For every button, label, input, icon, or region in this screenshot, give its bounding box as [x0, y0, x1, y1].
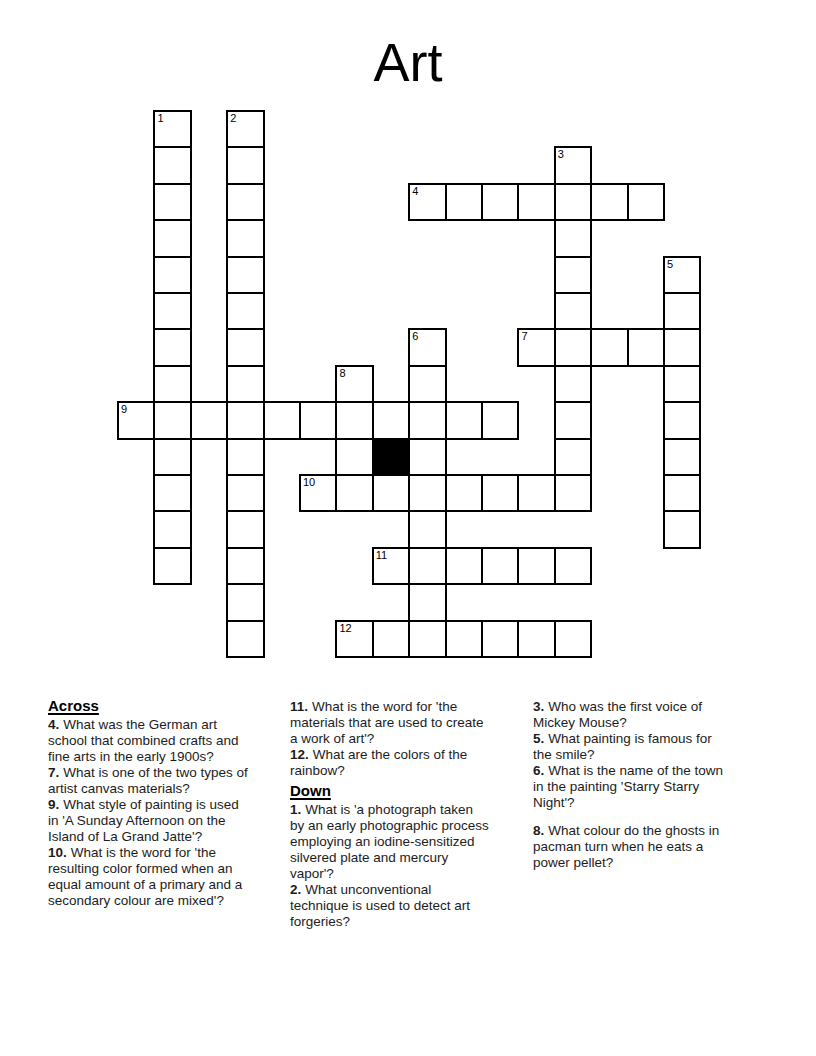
grid-cell[interactable]: 4 [408, 183, 446, 221]
grid-cell[interactable]: 9 [117, 401, 155, 439]
grid-cell[interactable] [153, 183, 191, 221]
clue-column-middle: 11.What is the word for 'the materials t… [290, 699, 490, 930]
clue-across-10-text: What is the word for 'the resulting colo… [48, 845, 242, 908]
grid-cell[interactable] [627, 183, 665, 221]
grid-cell[interactable]: 2 [226, 110, 264, 148]
clue-across-7-number: 7. [48, 765, 59, 780]
grid-cell[interactable] [408, 547, 446, 585]
grid-cell[interactable] [554, 328, 592, 366]
grid-cell[interactable] [554, 183, 592, 221]
clue-across-4-number: 4. [48, 717, 59, 732]
clue-across-9-text: What style of painting is used in 'A Sun… [48, 797, 239, 844]
down-heading: Down [290, 783, 490, 799]
grid-cell[interactable] [554, 256, 592, 294]
grid-cell[interactable] [226, 474, 264, 512]
clue-down-3-number: 3. [533, 699, 544, 714]
grid-cell[interactable] [481, 183, 519, 221]
clue-number: 9 [121, 403, 127, 416]
page: Art 123456789101112 Across 4.What was th… [0, 0, 816, 1056]
grid-cell[interactable] [554, 438, 592, 476]
clue-across-12-number: 12. [290, 747, 309, 762]
grid-cell[interactable] [226, 583, 264, 621]
clue-down-1-number: 1. [290, 802, 301, 817]
grid-cell[interactable] [153, 146, 191, 184]
grid-cell[interactable] [226, 438, 264, 476]
grid-cell[interactable] [226, 510, 264, 548]
clue-down-3: 3.Who was the first voice of Mickey Mous… [533, 699, 725, 731]
grid-cell[interactable] [153, 328, 191, 366]
clue-number: 4 [412, 185, 418, 198]
grid-cell[interactable] [226, 547, 264, 585]
clue-across-11-number: 11. [290, 699, 308, 714]
clue-down-3-text: Who was the first voice of Mickey Mouse? [533, 699, 702, 730]
grid-cell[interactable] [226, 620, 264, 658]
grid-cell[interactable] [627, 328, 665, 366]
clue-number: 7 [521, 330, 527, 343]
grid-cell[interactable] [263, 401, 301, 439]
clue-number: 2 [230, 112, 236, 125]
grid-cell[interactable] [554, 547, 592, 585]
clue-down-8: 8.What colour do the ghosts in pacman tu… [533, 823, 725, 871]
clue-across-10-number: 10. [48, 845, 67, 860]
clue-down-6-number: 6. [533, 763, 544, 778]
grid-cell[interactable] [445, 547, 483, 585]
clue-number: 10 [303, 476, 315, 489]
grid-cell[interactable]: 6 [408, 328, 446, 366]
clue-down-1-text: What is 'a photograph taken by an early … [290, 802, 489, 881]
clue-number: 12 [339, 622, 351, 635]
grid-cell[interactable] [590, 328, 628, 366]
grid-cell[interactable]: 5 [663, 256, 701, 294]
grid-cell[interactable]: 8 [335, 365, 373, 403]
grid-cell[interactable] [335, 401, 373, 439]
clue-across-4-text: What was the German art school that comb… [48, 717, 239, 764]
grid-cell[interactable] [517, 620, 555, 658]
grid-cell[interactable] [335, 438, 373, 476]
grid-cell[interactable] [445, 620, 483, 658]
grid-cell[interactable] [554, 365, 592, 403]
clue-across-7: 7.What is one of the two types of artist… [48, 765, 253, 797]
grid-cell[interactable] [663, 365, 701, 403]
grid-cell[interactable]: 7 [517, 328, 555, 366]
grid-cell[interactable] [408, 583, 446, 621]
grid-cell[interactable] [408, 438, 446, 476]
grid-cell[interactable] [153, 474, 191, 512]
grid-cell[interactable] [517, 547, 555, 585]
clue-across-4: 4.What was the German art school that co… [48, 717, 253, 765]
grid-cell[interactable] [299, 401, 337, 439]
clue-across-9: 9.What style of painting is used in 'A S… [48, 797, 253, 845]
clue-column-down: 3.Who was the first voice of Mickey Mous… [533, 699, 725, 871]
grid-cell[interactable] [408, 620, 446, 658]
grid-cell[interactable] [372, 620, 410, 658]
grid-cell[interactable] [517, 183, 555, 221]
grid-cell[interactable] [226, 146, 264, 184]
grid-cell[interactable] [481, 620, 519, 658]
grid-cell[interactable] [226, 292, 264, 330]
grid-cell[interactable] [554, 401, 592, 439]
grid-cell[interactable] [408, 510, 446, 548]
grid-cell[interactable] [153, 219, 191, 257]
grid-cell[interactable] [517, 474, 555, 512]
grid-cell[interactable]: 12 [335, 620, 373, 658]
grid-cell[interactable] [372, 401, 410, 439]
crossword-grid: 123456789101112 [117, 110, 703, 660]
grid-cell[interactable] [590, 183, 628, 221]
clue-down-2: 2.What unconventional technique is used … [290, 882, 490, 930]
grid-cell[interactable] [481, 401, 519, 439]
clue-down-2-text: What unconventional technique is used to… [290, 882, 470, 929]
grid-cell[interactable] [445, 401, 483, 439]
grid-cell[interactable] [481, 547, 519, 585]
grid-cell[interactable] [153, 292, 191, 330]
clue-down-5: 5.What painting is famous for the smile? [533, 731, 725, 763]
clue-number: 11 [376, 549, 387, 562]
grid-cell[interactable] [663, 438, 701, 476]
grid-cell[interactable] [663, 510, 701, 548]
clue-number: 8 [339, 367, 345, 380]
grid-cell[interactable] [663, 474, 701, 512]
clue-down-2-number: 2. [290, 882, 301, 897]
clue-across-12-text: What are the colors of the rainbow? [290, 747, 467, 778]
grid-cell[interactable] [226, 328, 264, 366]
clue-down-5-text: What painting is famous for the smile? [533, 731, 712, 762]
grid-cell[interactable] [663, 401, 701, 439]
grid-cell[interactable] [153, 256, 191, 294]
grid-cell[interactable] [190, 401, 228, 439]
grid-cell[interactable] [554, 474, 592, 512]
grid-cell[interactable] [481, 474, 519, 512]
grid-cell[interactable] [153, 365, 191, 403]
clue-across-10: 10.What is the word for 'the resulting c… [48, 845, 253, 909]
grid-cell[interactable] [153, 510, 191, 548]
across-heading: Across [48, 698, 253, 714]
grid-cell[interactable] [554, 620, 592, 658]
clue-down-6-text: What is the name of the town in the pain… [533, 763, 723, 810]
grid-cell[interactable] [153, 438, 191, 476]
grid-cell[interactable]: 11 [372, 547, 410, 585]
grid-cell[interactable]: 1 [153, 110, 191, 148]
clue-down-8-number: 8. [533, 823, 544, 838]
clue-column-across: Across 4.What was the German art school … [48, 698, 253, 909]
clue-down-8-text: What colour do the ghosts in pacman turn… [533, 823, 719, 870]
grid-cell[interactable] [226, 401, 264, 439]
clue-number: 5 [667, 258, 673, 271]
clue-across-9-number: 9. [48, 797, 59, 812]
clue-number: 6 [412, 330, 418, 343]
clue-across-12: 12.What are the colors of the rainbow? [290, 747, 490, 779]
grid-cell[interactable] [663, 292, 701, 330]
clue-across-7-text: What is one of the two types of artist c… [48, 765, 248, 796]
grid-cell[interactable] [554, 219, 592, 257]
clue-down-5-number: 5. [533, 731, 544, 746]
clue-number: 3 [558, 148, 564, 161]
grid-cell[interactable] [153, 401, 191, 439]
grid-cell[interactable] [335, 474, 373, 512]
clue-down-6: 6.What is the name of the town in the pa… [533, 763, 725, 811]
grid-cell[interactable]: 10 [299, 474, 337, 512]
page-title: Art [0, 33, 816, 91]
clue-number: 1 [157, 112, 163, 125]
grid-cell[interactable] [445, 474, 483, 512]
grid-cell[interactable] [408, 401, 446, 439]
grid-cell[interactable] [226, 365, 264, 403]
clue-down-1: 1.What is 'a photograph taken by an earl… [290, 802, 490, 882]
grid-cell[interactable] [408, 365, 446, 403]
grid-cell[interactable] [226, 256, 264, 294]
grid-cell[interactable] [153, 547, 191, 585]
grid-cell[interactable]: 3 [554, 146, 592, 184]
clue-across-11-text: What is the word for 'the materials that… [290, 699, 484, 746]
grid-cell[interactable] [372, 474, 410, 512]
grid-cell[interactable] [226, 219, 264, 257]
grid-cell[interactable] [408, 474, 446, 512]
black-cell [372, 438, 410, 476]
grid-cell[interactable] [226, 183, 264, 221]
grid-cell[interactable] [663, 328, 701, 366]
grid-cell[interactable] [445, 183, 483, 221]
grid-cell[interactable] [554, 292, 592, 330]
clue-across-11: 11.What is the word for 'the materials t… [290, 699, 490, 747]
